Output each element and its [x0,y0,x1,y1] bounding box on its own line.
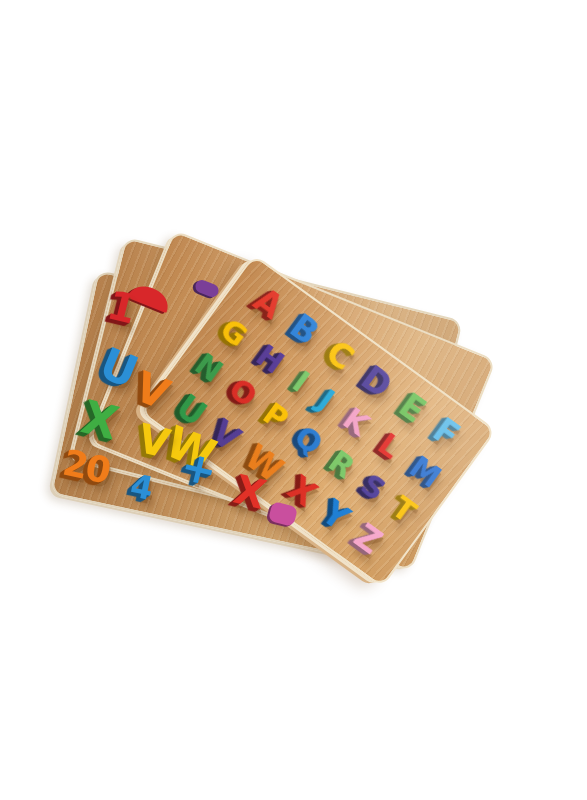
letter-piece-N: N [189,349,227,388]
letter-piece-D: D [356,361,398,404]
letter-piece-O: O [223,374,261,413]
letter-piece-V: V [206,414,246,456]
letter-piece-A: A [248,283,288,325]
letter-piece-H: H [251,340,289,379]
letter-piece-E: E [393,388,431,428]
letter-piece-U: U [171,389,212,431]
letter-piece-K: K [338,403,374,441]
letter-piece-I: I [288,366,315,397]
letter-piece-Z: Z [349,518,388,559]
letter-piece-T: T [386,492,420,528]
letter-piece-G: G [215,314,253,353]
letter-piece-Y: Y [316,495,355,536]
product-photo-stage: ABCDEFGHIJKLMNOPQRSTUVWXYZ UVW1XV+X204 [0,0,587,800]
letter-piece-S: S [355,469,390,506]
letter-piece-L: L [373,428,406,464]
letter-piece-J: J [313,384,340,415]
letter-piece-F: F [427,413,465,453]
letter-piece-X: X [283,470,323,512]
letter-piece-B: B [284,309,324,350]
letter-piece-Q: Q [289,421,327,460]
letter-piece-R: R [323,446,359,484]
letter-piece-P: P [258,398,293,435]
letter-piece-M: M [405,451,447,493]
letter-piece-C: C [320,335,359,376]
